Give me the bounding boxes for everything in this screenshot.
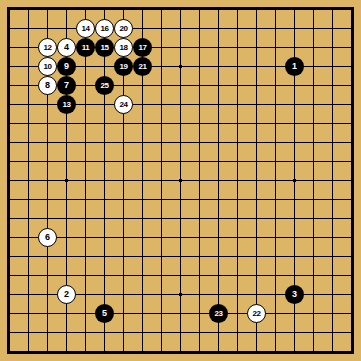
go-board[interactable]: 1234567891011121314151617181920212223242… [0,0,361,361]
stone-white-20: 20 [114,19,133,38]
stone-white-6: 6 [38,228,57,247]
stone-black-11: 11 [76,38,95,57]
stone-black-3: 3 [285,285,304,304]
stone-white-4: 4 [57,38,76,57]
stone-white-10: 10 [38,57,57,76]
stone-black-13: 13 [57,95,76,114]
stone-black-7: 7 [57,76,76,95]
stone-white-18: 18 [114,38,133,57]
stone-black-25: 25 [95,76,114,95]
stone-white-14: 14 [76,19,95,38]
stone-white-8: 8 [38,76,57,95]
stone-white-2: 2 [57,285,76,304]
stone-black-17: 17 [133,38,152,57]
stone-white-12: 12 [38,38,57,57]
stone-black-5: 5 [95,304,114,323]
stone-black-21: 21 [133,57,152,76]
stone-grid: 1234567891011121314151617181920212223242… [0,0,361,361]
stone-white-22: 22 [247,304,266,323]
stone-black-23: 23 [209,304,228,323]
stone-black-9: 9 [57,57,76,76]
stone-black-1: 1 [285,57,304,76]
stone-black-19: 19 [114,57,133,76]
stone-white-24: 24 [114,95,133,114]
stone-black-15: 15 [95,38,114,57]
stone-white-16: 16 [95,19,114,38]
